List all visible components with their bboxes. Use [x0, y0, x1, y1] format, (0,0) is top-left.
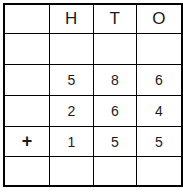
grid-cell-r1c2 [94, 34, 137, 65]
grid-cell-r4c3: 5 [137, 127, 181, 157]
grid-cell-r4c2: 5 [94, 127, 137, 157]
grid-cell-r3c1: 2 [50, 96, 94, 127]
answer-cell-r5c2 [94, 157, 137, 185]
worksheet-page: HTO586264+155 [0, 0, 183, 193]
grid-cell-r2c2: 8 [94, 65, 137, 96]
grid-cell-r1c0 [5, 34, 50, 65]
grid-cell-r2c3: 6 [137, 65, 181, 96]
plus-operator-cell: + [5, 127, 50, 157]
grid-cell-r3c3: 4 [137, 96, 181, 127]
grid-cell-r3c0 [5, 96, 50, 127]
grid-cell-r4c1: 1 [50, 127, 94, 157]
answer-cell-r5c0 [5, 157, 50, 185]
grid-cell-r2c1: 5 [50, 65, 94, 96]
grid-cell-r0c0 [5, 5, 50, 34]
header-cell-t: T [94, 5, 137, 34]
header-cell-h: H [50, 5, 94, 34]
grid-cell-r2c0 [5, 65, 50, 96]
answer-cell-r5c1 [50, 157, 94, 185]
header-cell-o: O [137, 5, 181, 34]
answer-cell-r5c3 [137, 157, 181, 185]
grid-cell-r1c1 [50, 34, 94, 65]
addition-grid: HTO586264+155 [3, 3, 183, 187]
grid-cell-r1c3 [137, 34, 181, 65]
grid-cell-r3c2: 6 [94, 96, 137, 127]
